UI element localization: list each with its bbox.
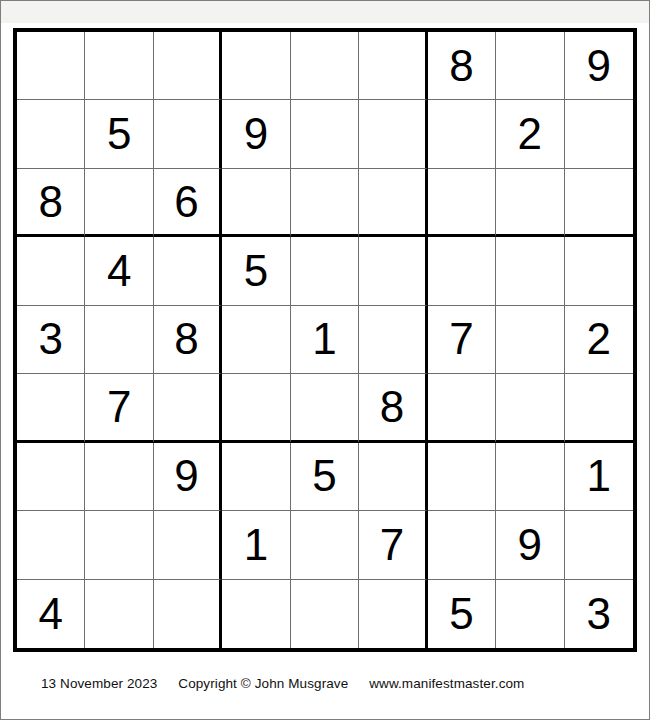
cell-r2c5 xyxy=(291,100,359,168)
cell-r3c4 xyxy=(222,169,290,237)
cell-r4c8 xyxy=(496,237,564,305)
cell-r1c6 xyxy=(359,32,427,100)
cell-r3c8 xyxy=(496,169,564,237)
cell-r1c5 xyxy=(291,32,359,100)
cell-r7c6 xyxy=(359,443,427,511)
cell-r8c9 xyxy=(565,511,633,579)
cell-r7c7 xyxy=(428,443,496,511)
cell-r9c2 xyxy=(85,580,153,648)
cell-r8c5 xyxy=(291,511,359,579)
puzzle-page: 8959286453817278951179453 13 November 20… xyxy=(0,0,650,720)
cell-r8c2 xyxy=(85,511,153,579)
cell-r7c3: 9 xyxy=(154,443,222,511)
cell-r3c6 xyxy=(359,169,427,237)
footer-website: www.manifestmaster.com xyxy=(369,676,524,691)
cell-r1c1 xyxy=(17,32,85,100)
cell-r4c3 xyxy=(154,237,222,305)
cell-r8c8: 9 xyxy=(496,511,564,579)
cell-r5c4 xyxy=(222,306,290,374)
footer-copyright: Copyright © John Musgrave xyxy=(178,676,348,691)
cell-r8c7 xyxy=(428,511,496,579)
cell-r2c9 xyxy=(565,100,633,168)
cell-r6c7 xyxy=(428,374,496,442)
cell-r7c4 xyxy=(222,443,290,511)
cell-r1c7: 8 xyxy=(428,32,496,100)
cell-r6c2: 7 xyxy=(85,374,153,442)
cell-r4c2: 4 xyxy=(85,237,153,305)
cell-r2c2: 5 xyxy=(85,100,153,168)
cell-r1c4 xyxy=(222,32,290,100)
cell-r7c9: 1 xyxy=(565,443,633,511)
cell-r4c1 xyxy=(17,237,85,305)
cell-r9c4 xyxy=(222,580,290,648)
cell-r7c5: 5 xyxy=(291,443,359,511)
cell-r2c4: 9 xyxy=(222,100,290,168)
cell-r4c6 xyxy=(359,237,427,305)
footer: 13 November 2023 Copyright © John Musgra… xyxy=(41,676,524,691)
cell-r1c2 xyxy=(85,32,153,100)
cell-r5c2 xyxy=(85,306,153,374)
cell-r2c3 xyxy=(154,100,222,168)
cell-r7c1 xyxy=(17,443,85,511)
cell-r5c1: 3 xyxy=(17,306,85,374)
cell-r4c7 xyxy=(428,237,496,305)
cell-r9c1: 4 xyxy=(17,580,85,648)
cell-r2c8: 2 xyxy=(496,100,564,168)
cell-r6c1 xyxy=(17,374,85,442)
cell-r8c6: 7 xyxy=(359,511,427,579)
cell-r9c9: 3 xyxy=(565,580,633,648)
cell-r6c8 xyxy=(496,374,564,442)
cell-r2c7 xyxy=(428,100,496,168)
cell-r3c5 xyxy=(291,169,359,237)
cell-r4c9 xyxy=(565,237,633,305)
cell-r4c4: 5 xyxy=(222,237,290,305)
cell-r9c8 xyxy=(496,580,564,648)
cell-r6c6: 8 xyxy=(359,374,427,442)
cell-r6c5 xyxy=(291,374,359,442)
cell-r3c3: 6 xyxy=(154,169,222,237)
cell-r9c5 xyxy=(291,580,359,648)
cell-r5c9: 2 xyxy=(565,306,633,374)
cell-r6c3 xyxy=(154,374,222,442)
cell-r5c3: 8 xyxy=(154,306,222,374)
cell-r1c8 xyxy=(496,32,564,100)
cell-r8c3 xyxy=(154,511,222,579)
cell-r3c2 xyxy=(85,169,153,237)
cell-r6c9 xyxy=(565,374,633,442)
cell-r2c6 xyxy=(359,100,427,168)
cell-r6c4 xyxy=(222,374,290,442)
cell-r5c8 xyxy=(496,306,564,374)
cell-r5c7: 7 xyxy=(428,306,496,374)
footer-date: 13 November 2023 xyxy=(41,676,157,691)
cell-r8c4: 1 xyxy=(222,511,290,579)
cell-r5c6 xyxy=(359,306,427,374)
cell-r5c5: 1 xyxy=(291,306,359,374)
cell-r2c1 xyxy=(17,100,85,168)
cell-r9c6 xyxy=(359,580,427,648)
cell-r9c3 xyxy=(154,580,222,648)
cell-r1c3 xyxy=(154,32,222,100)
cell-r3c1: 8 xyxy=(17,169,85,237)
cell-r8c1 xyxy=(17,511,85,579)
cell-r9c7: 5 xyxy=(428,580,496,648)
cell-r7c2 xyxy=(85,443,153,511)
sudoku-board: 8959286453817278951179453 xyxy=(13,28,637,652)
cell-r7c8 xyxy=(496,443,564,511)
top-strip xyxy=(1,1,649,23)
cell-r3c9 xyxy=(565,169,633,237)
cell-r4c5 xyxy=(291,237,359,305)
cell-r3c7 xyxy=(428,169,496,237)
cell-r1c9: 9 xyxy=(565,32,633,100)
